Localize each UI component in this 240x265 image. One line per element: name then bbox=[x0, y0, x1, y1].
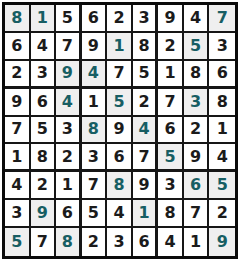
cell-r5c7[interactable]: 6 bbox=[158, 117, 184, 145]
cell-r1c5[interactable]: 2 bbox=[107, 5, 133, 33]
cell-r2c4[interactable]: 9 bbox=[82, 33, 108, 61]
cell-r2c1[interactable]: 6 bbox=[5, 33, 31, 61]
cell-r9c7[interactable]: 4 bbox=[158, 228, 184, 256]
cell-r4c4[interactable]: 1 bbox=[82, 89, 108, 117]
cell-r3c7[interactable]: 1 bbox=[158, 61, 184, 89]
cell-r6c9[interactable]: 4 bbox=[209, 144, 235, 172]
cell-r5c6[interactable]: 4 bbox=[133, 117, 159, 145]
cell-r7c2[interactable]: 2 bbox=[31, 172, 57, 200]
cell-r7c4[interactable]: 7 bbox=[82, 172, 108, 200]
cell-r9c8[interactable]: 1 bbox=[184, 228, 210, 256]
cell-r8c9[interactable]: 2 bbox=[209, 200, 235, 228]
cell-r7c9[interactable]: 5 bbox=[209, 172, 235, 200]
cell-r2c2[interactable]: 4 bbox=[31, 33, 57, 61]
cell-r3c8[interactable]: 8 bbox=[184, 61, 210, 89]
cell-r1c6[interactable]: 3 bbox=[133, 5, 159, 33]
cell-r6c7[interactable]: 5 bbox=[158, 144, 184, 172]
sudoku-page: 8156239476479182532394751869641527387538… bbox=[0, 0, 240, 265]
cell-r1c9[interactable]: 7 bbox=[209, 5, 235, 33]
cell-r1c1[interactable]: 8 bbox=[5, 5, 31, 33]
cell-r6c4[interactable]: 3 bbox=[82, 144, 108, 172]
cell-r2c6[interactable]: 8 bbox=[133, 33, 159, 61]
cell-r5c5[interactable]: 9 bbox=[107, 117, 133, 145]
cell-r8c6[interactable]: 1 bbox=[133, 200, 159, 228]
cell-r7c3[interactable]: 1 bbox=[56, 172, 82, 200]
cell-r6c1[interactable]: 1 bbox=[5, 144, 31, 172]
cell-r7c8[interactable]: 6 bbox=[184, 172, 210, 200]
cell-r7c1[interactable]: 4 bbox=[5, 172, 31, 200]
cell-r3c4[interactable]: 4 bbox=[82, 61, 108, 89]
cell-r8c5[interactable]: 4 bbox=[107, 200, 133, 228]
cell-r4c3[interactable]: 4 bbox=[56, 89, 82, 117]
cell-r9c4[interactable]: 2 bbox=[82, 228, 108, 256]
cell-r4c8[interactable]: 3 bbox=[184, 89, 210, 117]
cell-r6c5[interactable]: 6 bbox=[107, 144, 133, 172]
cell-r4c1[interactable]: 9 bbox=[5, 89, 31, 117]
cell-r3c1[interactable]: 2 bbox=[5, 61, 31, 89]
cell-r2c7[interactable]: 2 bbox=[158, 33, 184, 61]
cell-r7c6[interactable]: 9 bbox=[133, 172, 159, 200]
cell-r8c3[interactable]: 6 bbox=[56, 200, 82, 228]
cell-r6c2[interactable]: 8 bbox=[31, 144, 57, 172]
cell-r3c5[interactable]: 7 bbox=[107, 61, 133, 89]
cell-r5c9[interactable]: 1 bbox=[209, 117, 235, 145]
cell-r1c2[interactable]: 1 bbox=[31, 5, 57, 33]
cell-r9c1[interactable]: 5 bbox=[5, 228, 31, 256]
cell-r5c4[interactable]: 8 bbox=[82, 117, 108, 145]
cell-r8c1[interactable]: 3 bbox=[5, 200, 31, 228]
cell-r3c9[interactable]: 6 bbox=[209, 61, 235, 89]
sudoku-board: 8156239476479182532394751869641527387538… bbox=[2, 2, 238, 259]
cell-r3c3[interactable]: 9 bbox=[56, 61, 82, 89]
cell-r2c3[interactable]: 7 bbox=[56, 33, 82, 61]
cell-r5c1[interactable]: 7 bbox=[5, 117, 31, 145]
cell-r2c8[interactable]: 5 bbox=[184, 33, 210, 61]
cell-r6c6[interactable]: 7 bbox=[133, 144, 159, 172]
cell-r8c7[interactable]: 8 bbox=[158, 200, 184, 228]
cell-r2c5[interactable]: 1 bbox=[107, 33, 133, 61]
cell-r3c6[interactable]: 5 bbox=[133, 61, 159, 89]
cell-r4c7[interactable]: 7 bbox=[158, 89, 184, 117]
cell-r9c2[interactable]: 7 bbox=[31, 228, 57, 256]
cell-r4c6[interactable]: 2 bbox=[133, 89, 159, 117]
cell-r1c7[interactable]: 9 bbox=[158, 5, 184, 33]
cell-r5c3[interactable]: 3 bbox=[56, 117, 82, 145]
cell-r9c6[interactable]: 6 bbox=[133, 228, 159, 256]
cell-r1c3[interactable]: 5 bbox=[56, 5, 82, 33]
cell-r1c8[interactable]: 4 bbox=[184, 5, 210, 33]
cell-r9c5[interactable]: 3 bbox=[107, 228, 133, 256]
cell-r4c5[interactable]: 5 bbox=[107, 89, 133, 117]
cell-r6c8[interactable]: 9 bbox=[184, 144, 210, 172]
cell-r1c4[interactable]: 6 bbox=[82, 5, 108, 33]
cell-r7c7[interactable]: 3 bbox=[158, 172, 184, 200]
cell-r7c5[interactable]: 8 bbox=[107, 172, 133, 200]
cell-r8c4[interactable]: 5 bbox=[82, 200, 108, 228]
cell-r9c9[interactable]: 9 bbox=[209, 228, 235, 256]
cell-r6c3[interactable]: 2 bbox=[56, 144, 82, 172]
cell-r2c9[interactable]: 3 bbox=[209, 33, 235, 61]
cell-r9c3[interactable]: 8 bbox=[56, 228, 82, 256]
cell-r5c2[interactable]: 5 bbox=[31, 117, 57, 145]
cell-r3c2[interactable]: 3 bbox=[31, 61, 57, 89]
cell-r8c8[interactable]: 7 bbox=[184, 200, 210, 228]
cell-r8c2[interactable]: 9 bbox=[31, 200, 57, 228]
cell-r4c2[interactable]: 6 bbox=[31, 89, 57, 117]
cell-r5c8[interactable]: 2 bbox=[184, 117, 210, 145]
cell-r4c9[interactable]: 8 bbox=[209, 89, 235, 117]
